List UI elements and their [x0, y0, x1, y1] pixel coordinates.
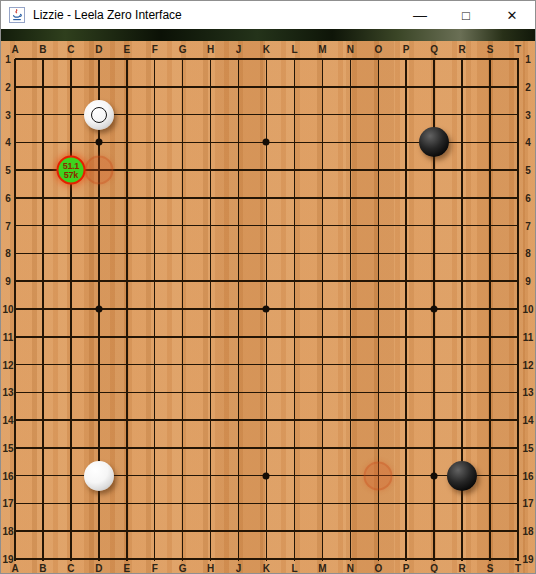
grid-line-horizontal	[15, 86, 519, 88]
coord-label-top-G: G	[179, 44, 187, 55]
coord-label-top-D: D	[95, 44, 102, 55]
star-point-Q16	[431, 472, 438, 479]
coord-label-bottom-E: E	[123, 563, 130, 574]
coord-label-left-6: 6	[5, 192, 11, 203]
coord-label-bottom-D: D	[95, 563, 102, 574]
coord-label-top-F: F	[152, 44, 158, 55]
coord-label-left-19: 19	[2, 554, 13, 565]
grid-line-horizontal	[15, 419, 519, 421]
coord-label-right-18: 18	[522, 526, 533, 537]
coord-label-right-5: 5	[525, 165, 531, 176]
coord-label-right-14: 14	[522, 415, 533, 426]
coord-label-bottom-K: K	[263, 563, 270, 574]
star-point-K4	[263, 139, 270, 146]
coord-label-bottom-J: J	[236, 563, 242, 574]
grid-line-vertical	[350, 59, 352, 561]
coord-label-right-10: 10	[522, 304, 533, 315]
coord-label-top-C: C	[67, 44, 74, 55]
app-window: Lizzie - Leela Zero Interface — □ ✕ AABB…	[0, 0, 536, 574]
coord-label-right-2: 2	[525, 81, 531, 92]
grid-line-vertical	[322, 59, 324, 561]
coord-label-top-H: H	[207, 44, 214, 55]
grid-line-vertical	[14, 59, 16, 561]
coord-label-left-18: 18	[2, 526, 13, 537]
coord-label-bottom-F: F	[152, 563, 158, 574]
star-point-D4	[95, 139, 102, 146]
coord-label-right-13: 13	[522, 387, 533, 398]
coord-label-top-Q: Q	[430, 44, 438, 55]
grid-line-vertical	[182, 59, 184, 561]
coord-label-right-12: 12	[522, 359, 533, 370]
coord-label-bottom-H: H	[207, 563, 214, 574]
coord-label-right-15: 15	[522, 442, 533, 453]
stone-white-D16	[84, 461, 114, 491]
coord-label-bottom-N: N	[347, 563, 354, 574]
java-coffee-icon	[9, 7, 25, 23]
star-point-K10	[263, 306, 270, 313]
grid-line-horizontal	[15, 336, 519, 338]
coord-label-right-11: 11	[523, 331, 534, 342]
coord-label-right-3: 3	[525, 109, 531, 120]
grid-line-horizontal	[15, 58, 519, 60]
grid-line-vertical	[489, 59, 491, 561]
coord-label-left-17: 17	[2, 498, 13, 509]
coord-label-right-6: 6	[525, 192, 531, 203]
grid-line-vertical	[210, 59, 212, 561]
coord-label-bottom-M: M	[318, 563, 326, 574]
suggestion-D5[interactable]	[84, 156, 113, 185]
coord-label-top-N: N	[347, 44, 354, 55]
coord-label-left-4: 4	[5, 137, 11, 148]
star-point-D10	[95, 306, 102, 313]
background-strip	[1, 29, 535, 41]
last-move-marker	[91, 107, 107, 123]
coord-label-bottom-B: B	[39, 563, 46, 574]
coord-label-right-8: 8	[525, 248, 531, 259]
coord-label-bottom-S: S	[487, 563, 494, 574]
window-title: Lizzie - Leela Zero Interface	[33, 8, 182, 22]
coord-label-top-P: P	[403, 44, 410, 55]
coord-label-top-O: O	[374, 44, 382, 55]
grid-line-vertical	[70, 59, 72, 561]
star-point-Q10	[431, 306, 438, 313]
coord-label-bottom-C: C	[67, 563, 74, 574]
grid-line-horizontal	[15, 280, 519, 282]
best-move-visits: 57k	[64, 170, 78, 179]
coord-label-bottom-O: O	[374, 563, 382, 574]
coord-label-top-L: L	[291, 44, 297, 55]
grid-line-horizontal	[15, 253, 519, 255]
coord-label-right-9: 9	[525, 276, 531, 287]
coord-label-left-13: 13	[2, 387, 13, 398]
coord-label-top-B: B	[39, 44, 46, 55]
grid-line-vertical	[42, 59, 44, 561]
coord-label-left-11: 11	[3, 331, 14, 342]
coord-label-top-A: A	[11, 44, 18, 55]
coord-label-left-16: 16	[2, 470, 13, 481]
grid-line-horizontal	[15, 197, 519, 199]
coord-label-top-T: T	[515, 44, 521, 55]
coord-label-left-8: 8	[5, 248, 11, 259]
grid-line-vertical	[405, 59, 407, 561]
coord-label-left-3: 3	[5, 109, 11, 120]
coord-label-top-S: S	[487, 44, 494, 55]
grid-line-vertical	[294, 59, 296, 561]
coord-label-right-7: 7	[525, 220, 531, 231]
coord-label-right-16: 16	[522, 470, 533, 481]
coord-label-left-1: 1	[5, 54, 11, 65]
star-point-K16	[263, 472, 270, 479]
coord-label-bottom-L: L	[291, 563, 297, 574]
grid-line-horizontal	[15, 364, 519, 366]
coord-label-left-15: 15	[2, 442, 13, 453]
grid-line-vertical	[517, 59, 519, 561]
coord-label-right-17: 17	[522, 498, 533, 509]
coord-label-left-12: 12	[2, 359, 13, 370]
suggestion-best-C5[interactable]: 51.157k	[56, 156, 85, 185]
coord-label-left-5: 5	[5, 165, 11, 176]
go-board[interactable]: AABBCCDDEEFFGGHHJJKKLLMMNNOOPPQQRRSSTT11…	[1, 41, 536, 574]
maximize-button[interactable]: □	[443, 1, 489, 29]
coord-label-top-J: J	[236, 44, 242, 55]
stone-white-D3	[84, 100, 114, 130]
coord-label-left-10: 10	[2, 304, 13, 315]
grid-line-horizontal	[15, 503, 519, 505]
grid-line-horizontal	[15, 447, 519, 449]
grid-line-vertical	[238, 59, 240, 561]
suggestion-O16[interactable]	[364, 461, 393, 490]
stone-black-Q4	[419, 127, 449, 157]
coord-label-left-14: 14	[2, 415, 13, 426]
close-button[interactable]: ✕	[489, 1, 535, 29]
stone-black-R16	[447, 461, 477, 491]
coord-label-left-7: 7	[5, 220, 11, 231]
title-bar: Lizzie - Leela Zero Interface — □ ✕	[1, 1, 535, 29]
coord-label-top-M: M	[318, 44, 326, 55]
minimize-button[interactable]: —	[397, 1, 443, 29]
coord-label-left-2: 2	[5, 81, 11, 92]
coord-label-top-K: K	[263, 44, 270, 55]
grid-line-horizontal	[15, 530, 519, 532]
java-app-icon[interactable]	[8, 7, 25, 24]
grid-line-horizontal	[15, 558, 519, 560]
coord-label-bottom-T: T	[515, 563, 521, 574]
coord-label-top-R: R	[458, 44, 465, 55]
coord-label-bottom-Q: Q	[430, 563, 438, 574]
coord-label-bottom-G: G	[179, 563, 187, 574]
coord-label-right-19: 19	[522, 554, 533, 565]
coord-label-left-9: 9	[5, 276, 11, 287]
grid-line-horizontal	[15, 225, 519, 227]
coord-label-right-1: 1	[525, 54, 531, 65]
coord-label-top-E: E	[123, 44, 130, 55]
coord-label-bottom-P: P	[403, 563, 410, 574]
grid-line-horizontal	[15, 392, 519, 394]
grid-line-vertical	[154, 59, 156, 561]
window-controls: — □ ✕	[397, 1, 535, 29]
coord-label-right-4: 4	[525, 137, 531, 148]
grid-line-vertical	[126, 59, 128, 561]
coord-label-bottom-R: R	[458, 563, 465, 574]
